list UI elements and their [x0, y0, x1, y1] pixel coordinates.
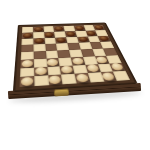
square-r8c1[interactable]: [20, 76, 35, 87]
light-checker-piece[interactable]: [76, 74, 90, 83]
square-r8c8[interactable]: [113, 71, 130, 81]
light-checker-piece[interactable]: [47, 59, 59, 66]
light-checker-piece[interactable]: [21, 60, 32, 68]
square-r8c2[interactable]: [34, 75, 49, 86]
checkers-board: [20, 25, 131, 87]
light-checker-piece[interactable]: [21, 77, 33, 86]
product-photo-background: [0, 0, 150, 150]
light-checker-piece[interactable]: [35, 67, 47, 75]
light-checker-piece[interactable]: [111, 63, 125, 71]
light-checker-piece[interactable]: [61, 66, 74, 74]
light-checker-piece[interactable]: [72, 57, 84, 64]
checkers-box: [13, 23, 138, 93]
brass-clasp: [54, 89, 69, 97]
board-frame: [13, 23, 138, 93]
light-checker-piece[interactable]: [49, 75, 62, 84]
